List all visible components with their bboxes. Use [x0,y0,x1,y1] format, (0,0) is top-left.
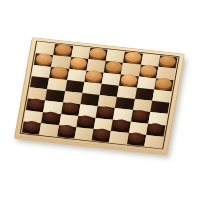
board-square[interactable] [22,121,41,134]
checker-piece-dark[interactable] [97,105,115,117]
board-square[interactable] [92,129,111,142]
board-square[interactable] [57,125,76,138]
checkers-board [14,37,185,153]
checker-piece-light[interactable] [140,64,158,76]
checker-piece-light[interactable] [85,70,103,82]
checker-piece-light[interactable] [70,56,88,68]
checker-piece-dark[interactable] [58,124,76,136]
checker-piece-light[interactable] [105,60,123,72]
checker-piece-dark[interactable] [93,128,111,140]
board-photo [0,0,200,200]
checker-piece-dark[interactable] [23,120,41,132]
checker-piece-dark[interactable] [112,119,130,131]
board-square[interactable] [39,123,58,136]
checker-piece-dark[interactable] [77,115,95,127]
board-square[interactable] [109,131,128,144]
checker-piece-dark[interactable] [128,132,146,144]
board-square[interactable] [74,127,93,140]
checker-piece-dark[interactable] [147,123,165,135]
checker-piece-light[interactable] [35,53,53,65]
checker-piece-light[interactable] [89,47,107,59]
checker-piece-dark[interactable] [42,111,60,123]
checker-piece-light[interactable] [159,55,177,67]
board-square[interactable] [127,133,146,146]
board-grid [22,42,178,148]
checker-piece-light[interactable] [124,51,142,63]
checker-piece-dark[interactable] [62,102,80,114]
checker-piece-light[interactable] [54,43,72,55]
checker-piece-dark[interactable] [27,98,45,110]
board-inlay-border [20,41,180,150]
checker-piece-light[interactable] [155,77,173,89]
board-square[interactable] [144,135,163,148]
checker-piece-light[interactable] [50,66,68,78]
checker-piece-dark[interactable] [132,109,150,121]
checker-piece-light[interactable] [120,73,138,85]
